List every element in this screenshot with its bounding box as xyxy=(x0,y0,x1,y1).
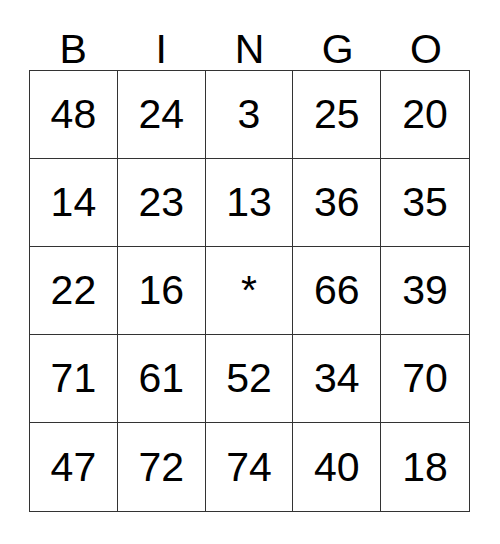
bingo-cell[interactable]: 20 xyxy=(381,71,469,159)
bingo-cell[interactable]: 40 xyxy=(293,423,381,511)
header-letter-i: I xyxy=(117,29,205,70)
bingo-cell[interactable]: 36 xyxy=(293,159,381,247)
bingo-cell[interactable]: 23 xyxy=(118,159,206,247)
bingo-cell[interactable]: 13 xyxy=(206,159,294,247)
bingo-header: B I N G O xyxy=(29,0,470,70)
bingo-cell[interactable]: 18 xyxy=(381,423,469,511)
bingo-cell[interactable]: 47 xyxy=(30,423,118,511)
bingo-cell[interactable]: 25 xyxy=(293,71,381,159)
bingo-cell[interactable]: 24 xyxy=(118,71,206,159)
header-letter-g: G xyxy=(294,29,382,70)
bingo-cell[interactable]: 52 xyxy=(206,335,294,423)
bingo-card: B I N G O 48243252014231336352216*663971… xyxy=(29,0,470,512)
header-letter-o: O xyxy=(382,29,470,70)
header-letter-n: N xyxy=(205,29,293,70)
bingo-cell[interactable]: 72 xyxy=(118,423,206,511)
bingo-cell[interactable]: 48 xyxy=(30,71,118,159)
bingo-grid: 48243252014231336352216*6639716152347047… xyxy=(29,70,470,512)
bingo-cell[interactable]: 66 xyxy=(293,247,381,335)
header-letter-b: B xyxy=(29,29,117,70)
bingo-cell[interactable]: 74 xyxy=(206,423,294,511)
bingo-cell[interactable]: 61 xyxy=(118,335,206,423)
bingo-cell[interactable]: 34 xyxy=(293,335,381,423)
bingo-cell[interactable]: 70 xyxy=(381,335,469,423)
bingo-cell[interactable]: 16 xyxy=(118,247,206,335)
bingo-cell[interactable]: 3 xyxy=(206,71,294,159)
bingo-cell[interactable]: 39 xyxy=(381,247,469,335)
bingo-cell[interactable]: 35 xyxy=(381,159,469,247)
bingo-cell[interactable]: 71 xyxy=(30,335,118,423)
bingo-cell[interactable]: 14 xyxy=(30,159,118,247)
bingo-cell-free[interactable]: * xyxy=(206,247,294,335)
bingo-cell[interactable]: 22 xyxy=(30,247,118,335)
